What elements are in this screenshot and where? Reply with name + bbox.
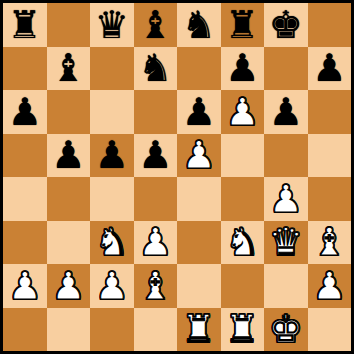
square-g2[interactable] bbox=[264, 264, 308, 308]
square-h3[interactable]: ♝ bbox=[308, 221, 352, 265]
white-king[interactable]: ♚ bbox=[269, 310, 303, 348]
black-pawn[interactable]: ♟ bbox=[8, 93, 42, 131]
square-a1[interactable] bbox=[3, 308, 47, 352]
white-pawn[interactable]: ♟ bbox=[8, 267, 42, 305]
square-d7[interactable]: ♞ bbox=[134, 47, 178, 91]
square-b6[interactable] bbox=[47, 90, 91, 134]
square-d1[interactable] bbox=[134, 308, 178, 352]
square-e2[interactable] bbox=[177, 264, 221, 308]
square-c6[interactable] bbox=[90, 90, 134, 134]
white-pawn[interactable]: ♟ bbox=[225, 93, 259, 131]
black-pawn[interactable]: ♟ bbox=[312, 49, 346, 87]
square-c1[interactable] bbox=[90, 308, 134, 352]
square-h4[interactable] bbox=[308, 177, 352, 221]
white-pawn[interactable]: ♟ bbox=[95, 267, 129, 305]
black-knight[interactable]: ♞ bbox=[138, 49, 172, 87]
square-h7[interactable]: ♟ bbox=[308, 47, 352, 91]
square-e7[interactable] bbox=[177, 47, 221, 91]
square-d6[interactable] bbox=[134, 90, 178, 134]
square-g7[interactable] bbox=[264, 47, 308, 91]
square-e8[interactable]: ♞ bbox=[177, 3, 221, 47]
square-f5[interactable] bbox=[221, 134, 265, 178]
square-d3[interactable]: ♟ bbox=[134, 221, 178, 265]
square-e4[interactable] bbox=[177, 177, 221, 221]
white-pawn[interactable]: ♟ bbox=[269, 180, 303, 218]
square-a2[interactable]: ♟ bbox=[3, 264, 47, 308]
black-pawn[interactable]: ♟ bbox=[225, 49, 259, 87]
square-b7[interactable]: ♝ bbox=[47, 47, 91, 91]
square-h8[interactable] bbox=[308, 3, 352, 47]
square-g1[interactable]: ♚ bbox=[264, 308, 308, 352]
square-b5[interactable]: ♟ bbox=[47, 134, 91, 178]
white-pawn[interactable]: ♟ bbox=[138, 223, 172, 261]
white-pawn[interactable]: ♟ bbox=[182, 136, 216, 174]
white-pawn[interactable]: ♟ bbox=[312, 267, 346, 305]
black-pawn[interactable]: ♟ bbox=[182, 93, 216, 131]
square-a4[interactable] bbox=[3, 177, 47, 221]
square-c4[interactable] bbox=[90, 177, 134, 221]
square-h6[interactable] bbox=[308, 90, 352, 134]
square-d4[interactable] bbox=[134, 177, 178, 221]
black-pawn[interactable]: ♟ bbox=[51, 136, 85, 174]
square-h5[interactable] bbox=[308, 134, 352, 178]
square-c3[interactable]: ♞ bbox=[90, 221, 134, 265]
square-c2[interactable]: ♟ bbox=[90, 264, 134, 308]
black-rook[interactable]: ♜ bbox=[8, 6, 42, 44]
square-c8[interactable]: ♛ bbox=[90, 3, 134, 47]
square-e6[interactable]: ♟ bbox=[177, 90, 221, 134]
square-b1[interactable] bbox=[47, 308, 91, 352]
square-a7[interactable] bbox=[3, 47, 47, 91]
black-bishop[interactable]: ♝ bbox=[138, 6, 172, 44]
black-rook[interactable]: ♜ bbox=[225, 6, 259, 44]
black-queen[interactable]: ♛ bbox=[95, 6, 129, 44]
white-bishop[interactable]: ♝ bbox=[312, 223, 346, 261]
square-g8[interactable]: ♚ bbox=[264, 3, 308, 47]
black-pawn[interactable]: ♟ bbox=[138, 136, 172, 174]
square-a6[interactable]: ♟ bbox=[3, 90, 47, 134]
square-a3[interactable] bbox=[3, 221, 47, 265]
square-f7[interactable]: ♟ bbox=[221, 47, 265, 91]
square-b2[interactable]: ♟ bbox=[47, 264, 91, 308]
square-b8[interactable] bbox=[47, 3, 91, 47]
white-knight[interactable]: ♞ bbox=[225, 223, 259, 261]
square-d5[interactable]: ♟ bbox=[134, 134, 178, 178]
square-f6[interactable]: ♟ bbox=[221, 90, 265, 134]
white-rook[interactable]: ♜ bbox=[225, 310, 259, 348]
white-bishop[interactable]: ♝ bbox=[138, 267, 172, 305]
square-h1[interactable] bbox=[308, 308, 352, 352]
white-queen[interactable]: ♛ bbox=[269, 223, 303, 261]
square-d2[interactable]: ♝ bbox=[134, 264, 178, 308]
black-pawn[interactable]: ♟ bbox=[95, 136, 129, 174]
black-bishop[interactable]: ♝ bbox=[51, 49, 85, 87]
square-e1[interactable]: ♜ bbox=[177, 308, 221, 352]
square-d8[interactable]: ♝ bbox=[134, 3, 178, 47]
square-e5[interactable]: ♟ bbox=[177, 134, 221, 178]
white-knight[interactable]: ♞ bbox=[95, 223, 129, 261]
square-g3[interactable]: ♛ bbox=[264, 221, 308, 265]
square-g6[interactable]: ♟ bbox=[264, 90, 308, 134]
square-e3[interactable] bbox=[177, 221, 221, 265]
square-g4[interactable]: ♟ bbox=[264, 177, 308, 221]
square-h2[interactable]: ♟ bbox=[308, 264, 352, 308]
square-f4[interactable] bbox=[221, 177, 265, 221]
square-a5[interactable] bbox=[3, 134, 47, 178]
square-c5[interactable]: ♟ bbox=[90, 134, 134, 178]
square-c7[interactable] bbox=[90, 47, 134, 91]
square-b4[interactable] bbox=[47, 177, 91, 221]
square-f1[interactable]: ♜ bbox=[221, 308, 265, 352]
black-pawn[interactable]: ♟ bbox=[269, 93, 303, 131]
white-pawn[interactable]: ♟ bbox=[51, 267, 85, 305]
square-a8[interactable]: ♜ bbox=[3, 3, 47, 47]
square-b3[interactable] bbox=[47, 221, 91, 265]
square-f3[interactable]: ♞ bbox=[221, 221, 265, 265]
black-knight[interactable]: ♞ bbox=[182, 6, 216, 44]
square-f2[interactable] bbox=[221, 264, 265, 308]
chess-board: ♜♛♝♞♜♚♝♞♟♟♟♟♟♟♟♟♟♟♟♞♟♞♛♝♟♟♟♝♟♜♜♚ bbox=[0, 0, 354, 354]
square-f8[interactable]: ♜ bbox=[221, 3, 265, 47]
square-g5[interactable] bbox=[264, 134, 308, 178]
white-rook[interactable]: ♜ bbox=[182, 310, 216, 348]
black-king[interactable]: ♚ bbox=[269, 6, 303, 44]
